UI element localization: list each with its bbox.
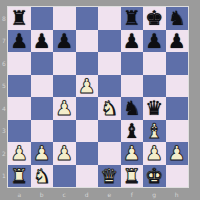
rank-label-1: 1 <box>0 165 8 188</box>
square-f7[interactable]: ♟ <box>121 30 144 53</box>
rank-label-4: 4 <box>0 97 8 120</box>
square-a4[interactable] <box>8 97 31 120</box>
white-rook-f1[interactable]: ♜ <box>123 165 141 188</box>
file-label-f: f <box>121 188 144 200</box>
square-a6[interactable] <box>8 52 31 75</box>
black-pawn-f7[interactable]: ♟ <box>123 30 141 53</box>
black-rook-f8[interactable]: ♜ <box>123 7 141 30</box>
white-pawn-f2[interactable]: ♟ <box>123 142 141 165</box>
square-c1[interactable] <box>53 165 76 188</box>
white-queen-e1[interactable]: ♛ <box>100 165 118 188</box>
chess-board[interactable]: ♜♜♚♞♟♟♟♟♟♟♟♟♞♞♛♝♝♟♟♟♟♟♟♜♞♛♜♚ <box>8 7 188 187</box>
square-f2[interactable]: ♟ <box>121 142 144 165</box>
file-labels: abcdefgh <box>8 188 188 200</box>
white-pawn-c2[interactable]: ♟ <box>55 142 73 165</box>
square-h7[interactable]: ♟ <box>166 30 189 53</box>
white-bishop-g3[interactable]: ♝ <box>145 120 163 143</box>
black-king-g8[interactable]: ♚ <box>145 7 163 30</box>
square-d5[interactable]: ♟ <box>76 75 99 98</box>
square-d7[interactable] <box>76 30 99 53</box>
black-queen-g4[interactable]: ♛ <box>145 97 163 120</box>
white-pawn-a2[interactable]: ♟ <box>10 142 28 165</box>
black-pawn-a7[interactable]: ♟ <box>10 30 28 53</box>
black-knight-h8[interactable]: ♞ <box>168 7 186 30</box>
square-c4[interactable]: ♟ <box>53 97 76 120</box>
square-f4[interactable]: ♞ <box>121 97 144 120</box>
square-c3[interactable] <box>53 120 76 143</box>
square-g1[interactable]: ♚ <box>143 165 166 188</box>
square-b1[interactable]: ♞ <box>31 165 54 188</box>
file-label-c: c <box>53 188 76 200</box>
rank-labels: 87654321 <box>0 7 8 187</box>
file-label-d: d <box>76 188 99 200</box>
white-pawn-d5[interactable]: ♟ <box>78 75 96 98</box>
file-label-g: g <box>143 188 166 200</box>
square-g2[interactable]: ♟ <box>143 142 166 165</box>
square-h8[interactable]: ♞ <box>166 7 189 30</box>
square-f5[interactable] <box>121 75 144 98</box>
square-a7[interactable]: ♟ <box>8 30 31 53</box>
square-h1[interactable] <box>166 165 189 188</box>
black-knight-f4[interactable]: ♞ <box>123 97 141 120</box>
square-e1[interactable]: ♛ <box>98 165 121 188</box>
square-e7[interactable] <box>98 30 121 53</box>
square-a5[interactable] <box>8 75 31 98</box>
square-g5[interactable] <box>143 75 166 98</box>
square-g4[interactable]: ♛ <box>143 97 166 120</box>
square-d8[interactable] <box>76 7 99 30</box>
square-e2[interactable] <box>98 142 121 165</box>
black-rook-a8[interactable]: ♜ <box>10 7 28 30</box>
black-pawn-c7[interactable]: ♟ <box>55 30 73 53</box>
rank-label-3: 3 <box>0 120 8 143</box>
square-b8[interactable] <box>31 7 54 30</box>
white-rook-a1[interactable]: ♜ <box>10 165 28 188</box>
square-c2[interactable]: ♟ <box>53 142 76 165</box>
square-b6[interactable] <box>31 52 54 75</box>
square-g7[interactable]: ♟ <box>143 30 166 53</box>
square-a8[interactable]: ♜ <box>8 7 31 30</box>
square-h6[interactable] <box>166 52 189 75</box>
square-a2[interactable]: ♟ <box>8 142 31 165</box>
black-pawn-g7[interactable]: ♟ <box>145 30 163 53</box>
square-e8[interactable] <box>98 7 121 30</box>
square-a3[interactable] <box>8 120 31 143</box>
white-knight-b1[interactable]: ♞ <box>33 165 51 188</box>
chess-board-window: 87654321 ♜♜♚♞♟♟♟♟♟♟♟♟♞♞♛♝♝♟♟♟♟♟♟♜♞♛♜♚ ab… <box>0 0 200 200</box>
white-pawn-g2[interactable]: ♟ <box>145 142 163 165</box>
square-e6[interactable] <box>98 52 121 75</box>
square-f1[interactable]: ♜ <box>121 165 144 188</box>
square-c7[interactable]: ♟ <box>53 30 76 53</box>
black-pawn-b7[interactable]: ♟ <box>33 30 51 53</box>
square-a1[interactable]: ♜ <box>8 165 31 188</box>
square-g6[interactable] <box>143 52 166 75</box>
file-label-a: a <box>8 188 31 200</box>
square-h5[interactable] <box>166 75 189 98</box>
square-c5[interactable] <box>53 75 76 98</box>
file-label-h: h <box>166 188 189 200</box>
square-d1[interactable] <box>76 165 99 188</box>
white-king-g1[interactable]: ♚ <box>145 165 163 188</box>
square-e3[interactable] <box>98 120 121 143</box>
square-h4[interactable] <box>166 97 189 120</box>
white-pawn-h2[interactable]: ♟ <box>168 142 186 165</box>
rank-label-6: 6 <box>0 52 8 75</box>
square-d2[interactable] <box>76 142 99 165</box>
rank-label-2: 2 <box>0 142 8 165</box>
square-b3[interactable] <box>31 120 54 143</box>
square-d4[interactable] <box>76 97 99 120</box>
square-b4[interactable] <box>31 97 54 120</box>
square-f3[interactable]: ♝ <box>121 120 144 143</box>
square-d3[interactable] <box>76 120 99 143</box>
square-g3[interactable]: ♝ <box>143 120 166 143</box>
square-f8[interactable]: ♜ <box>121 7 144 30</box>
square-c6[interactable] <box>53 52 76 75</box>
file-label-b: b <box>31 188 54 200</box>
black-bishop-f3[interactable]: ♝ <box>123 120 141 143</box>
square-b5[interactable] <box>31 75 54 98</box>
square-f6[interactable] <box>121 52 144 75</box>
white-knight-e4[interactable]: ♞ <box>100 97 118 120</box>
square-b2[interactable]: ♟ <box>31 142 54 165</box>
black-pawn-h7[interactable]: ♟ <box>168 30 186 53</box>
white-pawn-b2[interactable]: ♟ <box>33 142 51 165</box>
square-e4[interactable]: ♞ <box>98 97 121 120</box>
white-pawn-c4[interactable]: ♟ <box>55 97 73 120</box>
rank-label-8: 8 <box>0 7 8 30</box>
rank-label-5: 5 <box>0 75 8 98</box>
rank-label-7: 7 <box>0 30 8 53</box>
square-b7[interactable]: ♟ <box>31 30 54 53</box>
file-label-e: e <box>98 188 121 200</box>
square-d6[interactable] <box>76 52 99 75</box>
square-h2[interactable]: ♟ <box>166 142 189 165</box>
square-g8[interactable]: ♚ <box>143 7 166 30</box>
square-h3[interactable] <box>166 120 189 143</box>
square-e5[interactable] <box>98 75 121 98</box>
square-c8[interactable] <box>53 7 76 30</box>
